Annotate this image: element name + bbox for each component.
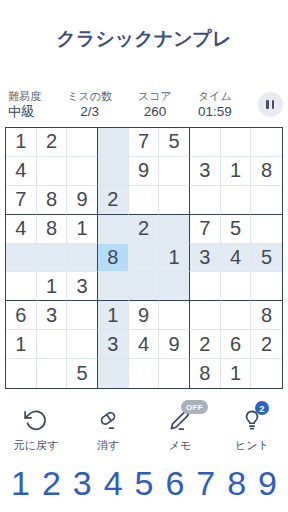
score-value: 260: [144, 103, 167, 120]
cell-r5c9[interactable]: 5: [251, 244, 282, 273]
cell-r4c1[interactable]: 4: [6, 215, 37, 244]
cell-r2c7[interactable]: 3: [190, 157, 221, 186]
cell-r9c3[interactable]: 5: [67, 359, 98, 388]
numpad-2[interactable]: 2: [42, 461, 61, 505]
cell-r5c6[interactable]: 1: [159, 244, 190, 273]
cell-r4c2[interactable]: 8: [37, 215, 68, 244]
eraser-icon: [94, 406, 122, 434]
hint-count-badge: 2: [255, 401, 269, 415]
cell-r8c2[interactable]: [37, 330, 68, 359]
cell-r6c7[interactable]: [190, 272, 221, 301]
cell-r3c9[interactable]: [251, 186, 282, 215]
difficulty-label: 難易度: [8, 89, 41, 103]
cell-r3c7[interactable]: [190, 186, 221, 215]
cell-r7c2[interactable]: 3: [37, 301, 68, 330]
cell-r2c3[interactable]: [67, 157, 98, 186]
hint-button[interactable]: 2 ヒント: [216, 406, 288, 453]
cell-r9c5[interactable]: [129, 359, 160, 388]
erase-button[interactable]: 消す: [72, 406, 144, 453]
cell-r6c6[interactable]: [159, 272, 190, 301]
cell-r4c9[interactable]: [251, 215, 282, 244]
cell-r8c3[interactable]: [67, 330, 98, 359]
page-title: クラシックナンプレ: [0, 26, 288, 52]
lightbulb-icon: 2: [238, 406, 266, 434]
cell-r3c2[interactable]: 8: [37, 186, 68, 215]
cell-r7c5[interactable]: 9: [129, 301, 160, 330]
cell-r8c4[interactable]: 3: [98, 330, 129, 359]
time-label: タイム: [198, 89, 232, 103]
cell-r7c3[interactable]: [67, 301, 98, 330]
memo-label: メモ: [169, 438, 192, 453]
cell-r9c4[interactable]: [98, 359, 129, 388]
numpad-5[interactable]: 5: [135, 461, 154, 505]
pause-icon: [266, 100, 269, 109]
cell-r3c6[interactable]: [159, 186, 190, 215]
cell-r2c8[interactable]: 1: [221, 157, 252, 186]
cell-r5c8[interactable]: 4: [221, 244, 252, 273]
cell-r9c6[interactable]: [159, 359, 190, 388]
cell-r3c8[interactable]: [221, 186, 252, 215]
numpad: 123456789: [0, 461, 288, 505]
cell-r3c1[interactable]: 7: [6, 186, 37, 215]
cell-r5c7[interactable]: 3: [190, 244, 221, 273]
cell-r6c8[interactable]: [221, 272, 252, 301]
stat-score: スコア 260: [138, 89, 172, 120]
cell-r7c7[interactable]: [190, 301, 221, 330]
cell-r4c4[interactable]: [98, 215, 129, 244]
cell-r6c3[interactable]: 3: [67, 272, 98, 301]
cell-r3c4[interactable]: 2: [98, 186, 129, 215]
cell-r5c2[interactable]: [37, 244, 68, 273]
toolbar: 元に戻す 消す OFF メモ: [0, 406, 288, 453]
cell-r1c4[interactable]: [98, 128, 129, 157]
cell-r1c2[interactable]: 2: [37, 128, 68, 157]
cell-r1c7[interactable]: [190, 128, 221, 157]
difficulty-value: 中級: [8, 103, 41, 120]
cell-r8c7[interactable]: 2: [190, 330, 221, 359]
cell-r6c5[interactable]: [129, 272, 160, 301]
cell-r7c1[interactable]: 6: [6, 301, 37, 330]
cell-r8c6[interactable]: 9: [159, 330, 190, 359]
numpad-7[interactable]: 7: [196, 461, 215, 505]
numpad-4[interactable]: 4: [104, 461, 123, 505]
cell-r2c4[interactable]: [98, 157, 129, 186]
cell-r1c5[interactable]: 7: [129, 128, 160, 157]
cell-r8c1[interactable]: 1: [6, 330, 37, 359]
cell-r9c1[interactable]: [6, 359, 37, 388]
cell-r4c6[interactable]: [159, 215, 190, 244]
cell-r5c5[interactable]: [129, 244, 160, 273]
sudoku-board: 1275493187892481275813451363198134926258…: [5, 127, 283, 389]
cell-r7c6[interactable]: [159, 301, 190, 330]
memo-off-badge: OFF: [181, 400, 208, 414]
cell-r1c1[interactable]: 1: [6, 128, 37, 157]
cell-r9c9[interactable]: [251, 359, 282, 388]
pencil-icon: OFF: [166, 406, 194, 434]
cell-r3c5[interactable]: [129, 186, 160, 215]
pause-icon: [272, 100, 275, 109]
cell-r7c4[interactable]: 1: [98, 301, 129, 330]
cell-r5c4[interactable]: 8: [98, 244, 129, 273]
cell-r8c5[interactable]: 4: [129, 330, 160, 359]
stats-bar: 難易度 中級 ミスの数 2/3 スコア 260 タイム 01:59: [8, 89, 283, 120]
erase-label: 消す: [97, 438, 119, 453]
cell-r2c5[interactable]: 9: [129, 157, 160, 186]
cell-r7c9[interactable]: 8: [251, 301, 282, 330]
cell-r6c1[interactable]: [6, 272, 37, 301]
hint-label: ヒント: [235, 438, 269, 453]
undo-label: 元に戻す: [14, 438, 59, 453]
undo-button[interactable]: 元に戻す: [0, 406, 72, 453]
undo-icon: [22, 406, 50, 434]
cell-r2c6[interactable]: [159, 157, 190, 186]
cell-r9c7[interactable]: 8: [190, 359, 221, 388]
cell-r2c2[interactable]: [37, 157, 68, 186]
cell-r5c3[interactable]: [67, 244, 98, 273]
numpad-9[interactable]: 9: [258, 461, 277, 505]
stat-time: タイム 01:59: [198, 89, 232, 120]
cell-r1c6[interactable]: 5: [159, 128, 190, 157]
cell-r6c2[interactable]: 1: [37, 272, 68, 301]
memo-button[interactable]: OFF メモ: [144, 406, 216, 453]
time-value: 01:59: [198, 103, 232, 120]
stat-difficulty: 難易度 中級: [8, 89, 41, 120]
cell-r7c8[interactable]: [221, 301, 252, 330]
pause-button[interactable]: [258, 92, 283, 117]
mistakes-label: ミスの数: [67, 89, 112, 103]
cell-r6c4[interactable]: [98, 272, 129, 301]
cell-r6c9[interactable]: [251, 272, 282, 301]
cell-r1c9[interactable]: [251, 128, 282, 157]
cell-r9c2[interactable]: [37, 359, 68, 388]
cell-r5c1[interactable]: [6, 244, 37, 273]
cell-r8c8[interactable]: 6: [221, 330, 252, 359]
mistakes-value: 2/3: [80, 103, 99, 120]
stat-mistakes: ミスの数 2/3: [67, 89, 112, 120]
numpad-3[interactable]: 3: [73, 461, 92, 505]
cell-r4c8[interactable]: 5: [221, 215, 252, 244]
cell-r3c3[interactable]: 9: [67, 186, 98, 215]
numpad-6[interactable]: 6: [165, 461, 184, 505]
numpad-1[interactable]: 1: [11, 461, 30, 505]
cell-r4c5[interactable]: 2: [129, 215, 160, 244]
cell-r2c1[interactable]: 4: [6, 157, 37, 186]
cell-r2c9[interactable]: 8: [251, 157, 282, 186]
cell-r4c7[interactable]: 7: [190, 215, 221, 244]
score-label: スコア: [138, 89, 172, 103]
cell-r8c9[interactable]: 2: [251, 330, 282, 359]
numpad-8[interactable]: 8: [227, 461, 246, 505]
cell-r4c3[interactable]: 1: [67, 215, 98, 244]
cell-r1c8[interactable]: [221, 128, 252, 157]
cell-r1c3[interactable]: [67, 128, 98, 157]
cell-r9c8[interactable]: 1: [221, 359, 252, 388]
